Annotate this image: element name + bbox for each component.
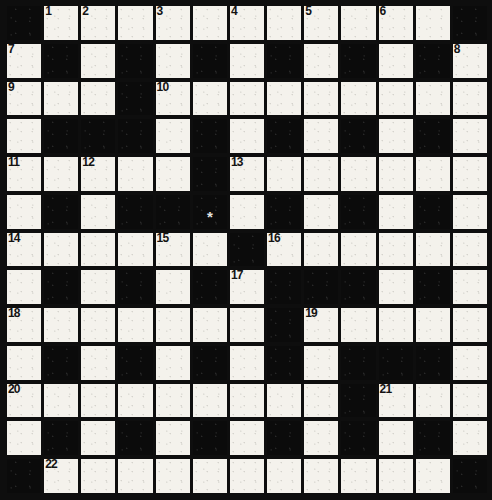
black-cell-r7c5 — [193, 270, 227, 304]
black-cell-r5c4 — [156, 195, 190, 229]
clue-number-11: 11 — [8, 156, 19, 169]
black-cell-r0c0 — [7, 6, 41, 40]
clue-number-10: 10 — [157, 81, 169, 94]
white-cell-r8c3[interactable] — [118, 308, 152, 342]
white-cell-r5c6[interactable] — [230, 195, 264, 229]
white-cell-r8c0[interactable]: 18 — [7, 308, 41, 342]
crossword-board-frame: 12345678910111213*141516171819202122 — [0, 0, 492, 500]
white-cell-r2c9[interactable] — [341, 82, 375, 116]
clue-number-1: 1 — [45, 5, 51, 18]
white-cell-r0c8[interactable]: 5 — [304, 6, 338, 40]
white-cell-r2c12[interactable] — [453, 82, 487, 116]
black-cell-r3c3 — [118, 119, 152, 153]
black-cell-r11c1 — [44, 421, 78, 455]
white-cell-r6c8[interactable] — [304, 233, 338, 267]
white-cell-r4c6[interactable]: 13 — [230, 157, 264, 191]
white-cell-r3c8[interactable] — [304, 119, 338, 153]
clue-number-12: 12 — [82, 156, 94, 169]
white-cell-r7c6[interactable]: 17 — [230, 270, 264, 304]
white-cell-r2c2[interactable] — [81, 82, 115, 116]
black-cell-r9c7 — [267, 346, 301, 380]
black-cell-r11c5 — [193, 421, 227, 455]
white-cell-r9c6[interactable] — [230, 346, 264, 380]
white-cell-r2c5[interactable] — [193, 82, 227, 116]
white-cell-r0c6[interactable]: 4 — [230, 6, 264, 40]
white-cell-r7c4[interactable] — [156, 270, 190, 304]
black-cell-r5c11 — [416, 195, 450, 229]
white-cell-r5c2[interactable] — [81, 195, 115, 229]
white-cell-r4c7[interactable] — [267, 157, 301, 191]
clue-number-19: 19 — [305, 307, 317, 320]
clue-number-20: 20 — [8, 383, 20, 396]
white-cell-r1c0[interactable]: 7 — [7, 44, 41, 78]
white-cell-r12c7[interactable] — [267, 459, 301, 493]
white-cell-r12c6[interactable] — [230, 459, 264, 493]
white-cell-r9c12[interactable] — [453, 346, 487, 380]
white-cell-r9c2[interactable] — [81, 346, 115, 380]
white-cell-r0c11[interactable] — [416, 6, 450, 40]
white-cell-r4c10[interactable] — [379, 157, 413, 191]
white-cell-r12c3[interactable] — [118, 459, 152, 493]
white-cell-r10c8[interactable] — [304, 384, 338, 418]
white-cell-r6c1[interactable] — [44, 233, 78, 267]
clue-number-5: 5 — [305, 5, 311, 18]
clue-number-8: 8 — [454, 43, 460, 56]
white-cell-r9c8[interactable] — [304, 346, 338, 380]
white-cell-r0c10[interactable]: 6 — [379, 6, 413, 40]
white-cell-r0c5[interactable] — [193, 6, 227, 40]
white-cell-r4c11[interactable] — [416, 157, 450, 191]
white-cell-r4c12[interactable] — [453, 157, 487, 191]
white-cell-r8c11[interactable] — [416, 308, 450, 342]
clue-number-13: 13 — [231, 156, 243, 169]
black-cell-r5c7 — [267, 195, 301, 229]
white-cell-r3c6[interactable] — [230, 119, 264, 153]
black-cell-r0c12 — [453, 6, 487, 40]
black-cell-r9c11 — [416, 346, 450, 380]
white-cell-r7c12[interactable] — [453, 270, 487, 304]
clue-number-22: 22 — [45, 458, 57, 471]
black-cell-r11c7 — [267, 421, 301, 455]
black-cell-r5c5: * — [193, 195, 227, 229]
white-cell-r12c8[interactable] — [304, 459, 338, 493]
clue-number-14: 14 — [8, 232, 20, 245]
white-cell-r3c4[interactable] — [156, 119, 190, 153]
white-cell-r1c4[interactable] — [156, 44, 190, 78]
white-cell-r4c2[interactable]: 12 — [81, 157, 115, 191]
black-cell-r9c9 — [341, 346, 375, 380]
black-cell-r5c3 — [118, 195, 152, 229]
black-cell-r10c9 — [341, 384, 375, 418]
black-cell-r5c1 — [44, 195, 78, 229]
clue-number-3: 3 — [157, 5, 163, 18]
white-cell-r1c6[interactable] — [230, 44, 264, 78]
white-cell-r6c12[interactable] — [453, 233, 487, 267]
white-cell-r4c3[interactable] — [118, 157, 152, 191]
white-cell-r12c10[interactable] — [379, 459, 413, 493]
white-cell-r8c4[interactable] — [156, 308, 190, 342]
white-cell-r11c6[interactable] — [230, 421, 264, 455]
white-cell-r0c1[interactable]: 1 — [44, 6, 78, 40]
white-cell-r10c12[interactable] — [453, 384, 487, 418]
white-cell-r8c1[interactable] — [44, 308, 78, 342]
white-cell-r11c8[interactable] — [304, 421, 338, 455]
white-cell-r5c12[interactable] — [453, 195, 487, 229]
black-cell-r7c8 — [304, 270, 338, 304]
white-cell-r6c0[interactable]: 14 — [7, 233, 41, 267]
white-cell-r10c6[interactable] — [230, 384, 264, 418]
white-cell-r6c4[interactable]: 15 — [156, 233, 190, 267]
black-cell-r3c2 — [81, 119, 115, 153]
white-cell-r2c4[interactable]: 10 — [156, 82, 190, 116]
white-cell-r1c2[interactable] — [81, 44, 115, 78]
white-cell-r12c4[interactable] — [156, 459, 190, 493]
white-cell-r10c10[interactable]: 21 — [379, 384, 413, 418]
black-cell-r7c1 — [44, 270, 78, 304]
white-cell-r12c1[interactable]: 22 — [44, 459, 78, 493]
white-cell-r12c11[interactable] — [416, 459, 450, 493]
clue-number-2: 2 — [82, 5, 88, 18]
white-cell-r10c4[interactable] — [156, 384, 190, 418]
black-cell-r3c5 — [193, 119, 227, 153]
white-cell-r2c11[interactable] — [416, 82, 450, 116]
white-cell-r10c5[interactable] — [193, 384, 227, 418]
white-cell-r1c10[interactable] — [379, 44, 413, 78]
black-cell-r1c3 — [118, 44, 152, 78]
asterisk-mark: * — [207, 208, 213, 223]
white-cell-r11c10[interactable] — [379, 421, 413, 455]
black-cell-r8c7 — [267, 308, 301, 342]
white-cell-r10c0[interactable]: 20 — [7, 384, 41, 418]
white-cell-r2c8[interactable] — [304, 82, 338, 116]
black-cell-r4c5 — [193, 157, 227, 191]
black-cell-r3c7 — [267, 119, 301, 153]
black-cell-r7c9 — [341, 270, 375, 304]
black-cell-r3c9 — [341, 119, 375, 153]
white-cell-r10c7[interactable] — [267, 384, 301, 418]
white-cell-r8c6[interactable] — [230, 308, 264, 342]
white-cell-r6c10[interactable] — [379, 233, 413, 267]
white-cell-r9c0[interactable] — [7, 346, 41, 380]
white-cell-r5c8[interactable] — [304, 195, 338, 229]
white-cell-r6c9[interactable] — [341, 233, 375, 267]
white-cell-r0c4[interactable]: 3 — [156, 6, 190, 40]
black-cell-r7c7 — [267, 270, 301, 304]
white-cell-r8c12[interactable] — [453, 308, 487, 342]
white-cell-r6c2[interactable] — [81, 233, 115, 267]
crossword-board: 12345678910111213*141516171819202122 — [7, 6, 487, 493]
white-cell-r10c1[interactable] — [44, 384, 78, 418]
white-cell-r1c12[interactable]: 8 — [453, 44, 487, 78]
white-cell-r0c9[interactable] — [341, 6, 375, 40]
white-cell-r3c10[interactable] — [379, 119, 413, 153]
white-cell-r6c7[interactable]: 16 — [267, 233, 301, 267]
black-cell-r9c3 — [118, 346, 152, 380]
white-cell-r11c4[interactable] — [156, 421, 190, 455]
clue-number-16: 16 — [268, 232, 280, 245]
white-cell-r8c10[interactable] — [379, 308, 413, 342]
black-cell-r11c3 — [118, 421, 152, 455]
white-cell-r4c9[interactable] — [341, 157, 375, 191]
white-cell-r10c2[interactable] — [81, 384, 115, 418]
black-cell-r1c9 — [341, 44, 375, 78]
white-cell-r7c10[interactable] — [379, 270, 413, 304]
clue-number-21: 21 — [380, 383, 392, 396]
black-cell-r9c1 — [44, 346, 78, 380]
white-cell-r0c3[interactable] — [118, 6, 152, 40]
white-cell-r2c1[interactable] — [44, 82, 78, 116]
white-cell-r8c5[interactable] — [193, 308, 227, 342]
clue-number-7: 7 — [8, 43, 14, 56]
white-cell-r3c0[interactable] — [7, 119, 41, 153]
white-cell-r4c0[interactable]: 11 — [7, 157, 41, 191]
black-cell-r1c1 — [44, 44, 78, 78]
black-cell-r11c11 — [416, 421, 450, 455]
white-cell-r6c5[interactable] — [193, 233, 227, 267]
black-cell-r9c5 — [193, 346, 227, 380]
white-cell-r4c1[interactable] — [44, 157, 78, 191]
white-cell-r2c0[interactable]: 9 — [7, 82, 41, 116]
black-cell-r12c0 — [7, 459, 41, 493]
black-cell-r1c11 — [416, 44, 450, 78]
white-cell-r6c11[interactable] — [416, 233, 450, 267]
black-cell-r7c11 — [416, 270, 450, 304]
white-cell-r8c8[interactable]: 19 — [304, 308, 338, 342]
white-cell-r3c12[interactable] — [453, 119, 487, 153]
white-cell-r5c10[interactable] — [379, 195, 413, 229]
clue-number-6: 6 — [380, 5, 386, 18]
white-cell-r8c9[interactable] — [341, 308, 375, 342]
white-cell-r1c8[interactable] — [304, 44, 338, 78]
black-cell-r2c3 — [118, 82, 152, 116]
black-cell-r11c9 — [341, 421, 375, 455]
black-cell-r5c9 — [341, 195, 375, 229]
white-cell-r11c12[interactable] — [453, 421, 487, 455]
black-cell-r1c5 — [193, 44, 227, 78]
white-cell-r2c7[interactable] — [267, 82, 301, 116]
black-cell-r12c12 — [453, 459, 487, 493]
white-cell-r2c6[interactable] — [230, 82, 264, 116]
white-cell-r4c8[interactable] — [304, 157, 338, 191]
white-cell-r12c2[interactable] — [81, 459, 115, 493]
white-cell-r11c0[interactable] — [7, 421, 41, 455]
black-cell-r9c10 — [379, 346, 413, 380]
white-cell-r0c7[interactable] — [267, 6, 301, 40]
white-cell-r0c2[interactable]: 2 — [81, 6, 115, 40]
white-cell-r9c4[interactable] — [156, 346, 190, 380]
white-cell-r4c4[interactable] — [156, 157, 190, 191]
white-cell-r6c3[interactable] — [118, 233, 152, 267]
black-cell-r6c6 — [230, 233, 264, 267]
white-cell-r5c0[interactable] — [7, 195, 41, 229]
white-cell-r2c10[interactable] — [379, 82, 413, 116]
white-cell-r7c0[interactable] — [7, 270, 41, 304]
clue-number-15: 15 — [157, 232, 169, 245]
clue-number-4: 4 — [231, 5, 237, 18]
clue-number-9: 9 — [8, 81, 14, 94]
white-cell-r8c2[interactable] — [81, 308, 115, 342]
white-cell-r11c2[interactable] — [81, 421, 115, 455]
clue-number-17: 17 — [231, 269, 243, 282]
black-cell-r3c1 — [44, 119, 78, 153]
white-cell-r10c3[interactable] — [118, 384, 152, 418]
white-cell-r7c2[interactable] — [81, 270, 115, 304]
white-cell-r10c11[interactable] — [416, 384, 450, 418]
black-cell-r7c3 — [118, 270, 152, 304]
clue-number-18: 18 — [8, 307, 20, 320]
white-cell-r12c9[interactable] — [341, 459, 375, 493]
black-cell-r3c11 — [416, 119, 450, 153]
black-cell-r1c7 — [267, 44, 301, 78]
white-cell-r12c5[interactable] — [193, 459, 227, 493]
